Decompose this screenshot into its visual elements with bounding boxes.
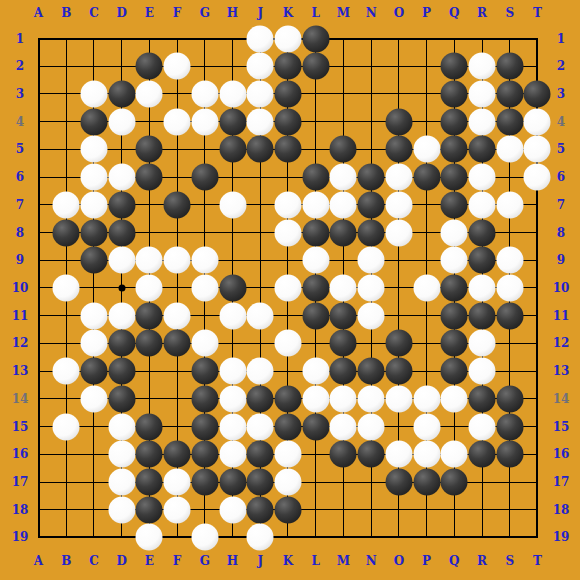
- white-stone[interactable]: [413, 136, 440, 163]
- black-stone[interactable]: [274, 496, 301, 523]
- column-label-bottom: E: [145, 555, 154, 567]
- row-label-left: 11: [12, 310, 29, 322]
- black-stone[interactable]: [496, 302, 523, 329]
- black-stone[interactable]: [80, 358, 107, 385]
- white-stone[interactable]: [274, 274, 301, 301]
- white-stone[interactable]: [330, 191, 357, 218]
- white-stone[interactable]: [441, 385, 468, 412]
- white-stone[interactable]: [469, 191, 496, 218]
- white-stone[interactable]: [247, 524, 274, 551]
- black-stone[interactable]: [441, 330, 468, 357]
- row-label-right: 9: [557, 254, 565, 266]
- white-stone[interactable]: [358, 385, 385, 412]
- white-stone[interactable]: [385, 385, 412, 412]
- black-stone[interactable]: [219, 108, 246, 135]
- row-label-left: 13: [12, 365, 29, 377]
- white-stone[interactable]: [496, 136, 523, 163]
- column-label-top: E: [145, 7, 154, 19]
- white-stone[interactable]: [358, 302, 385, 329]
- white-stone[interactable]: [108, 469, 135, 496]
- black-stone[interactable]: [302, 219, 329, 246]
- column-label-top: A: [34, 7, 43, 19]
- white-stone[interactable]: [330, 164, 357, 191]
- black-stone[interactable]: [136, 469, 163, 496]
- column-label-top: J: [257, 7, 263, 19]
- black-stone[interactable]: [80, 247, 107, 274]
- column-label-bottom: F: [173, 555, 182, 567]
- row-label-left: 14: [12, 393, 29, 405]
- column-label-bottom: K: [283, 555, 293, 567]
- black-stone[interactable]: [108, 219, 135, 246]
- black-stone[interactable]: [496, 385, 523, 412]
- white-stone[interactable]: [80, 330, 107, 357]
- black-stone[interactable]: [164, 330, 191, 357]
- white-stone[interactable]: [302, 247, 329, 274]
- white-stone[interactable]: [413, 274, 440, 301]
- white-stone[interactable]: [164, 469, 191, 496]
- black-stone[interactable]: [469, 219, 496, 246]
- white-stone[interactable]: [385, 441, 412, 468]
- row-label-right: 7: [557, 199, 565, 211]
- black-stone[interactable]: [136, 136, 163, 163]
- white-stone[interactable]: [219, 385, 246, 412]
- black-stone[interactable]: [330, 330, 357, 357]
- row-label-right: 2: [557, 60, 565, 72]
- black-stone[interactable]: [53, 219, 80, 246]
- white-stone[interactable]: [108, 164, 135, 191]
- column-label-bottom: O: [394, 555, 404, 567]
- black-stone[interactable]: [441, 302, 468, 329]
- white-stone[interactable]: [524, 164, 551, 191]
- row-label-right: 18: [553, 504, 570, 516]
- row-label-right: 16: [553, 448, 570, 460]
- row-label-left: 10: [12, 282, 29, 294]
- column-label-bottom: H: [227, 555, 238, 567]
- black-stone[interactable]: [136, 330, 163, 357]
- row-label-left: 5: [16, 143, 24, 155]
- white-stone[interactable]: [247, 413, 274, 440]
- column-label-top: D: [116, 7, 126, 19]
- black-stone[interactable]: [441, 469, 468, 496]
- column-label-bottom: B: [61, 555, 71, 567]
- white-stone[interactable]: [274, 441, 301, 468]
- column-label-bottom: G: [200, 555, 210, 567]
- black-stone[interactable]: [385, 469, 412, 496]
- white-stone[interactable]: [80, 385, 107, 412]
- white-stone[interactable]: [247, 25, 274, 52]
- white-stone[interactable]: [164, 302, 191, 329]
- white-stone[interactable]: [385, 191, 412, 218]
- black-stone[interactable]: [191, 413, 218, 440]
- row-label-left: 2: [16, 60, 24, 72]
- column-label-top: C: [89, 7, 99, 19]
- row-label-left: 16: [12, 448, 29, 460]
- white-stone[interactable]: [469, 53, 496, 80]
- white-stone[interactable]: [108, 441, 135, 468]
- black-stone[interactable]: [136, 164, 163, 191]
- black-stone[interactable]: [496, 80, 523, 107]
- column-label-top: R: [477, 7, 487, 19]
- black-stone[interactable]: [469, 385, 496, 412]
- black-stone[interactable]: [302, 302, 329, 329]
- white-stone[interactable]: [108, 108, 135, 135]
- white-stone[interactable]: [358, 247, 385, 274]
- white-stone[interactable]: [191, 524, 218, 551]
- black-stone[interactable]: [80, 108, 107, 135]
- row-label-right: 13: [553, 365, 570, 377]
- black-stone[interactable]: [274, 413, 301, 440]
- row-label-right: 3: [557, 88, 565, 100]
- white-stone[interactable]: [247, 108, 274, 135]
- white-stone[interactable]: [413, 441, 440, 468]
- column-label-bottom: Q: [449, 555, 459, 567]
- column-label-top: F: [173, 7, 182, 19]
- black-stone[interactable]: [469, 302, 496, 329]
- white-stone[interactable]: [330, 274, 357, 301]
- row-label-right: 12: [553, 337, 570, 349]
- white-stone[interactable]: [136, 247, 163, 274]
- black-stone[interactable]: [164, 441, 191, 468]
- white-stone[interactable]: [385, 219, 412, 246]
- black-stone[interactable]: [358, 358, 385, 385]
- black-stone[interactable]: [413, 164, 440, 191]
- white-stone[interactable]: [274, 469, 301, 496]
- column-label-bottom: C: [89, 555, 99, 567]
- black-stone[interactable]: [274, 136, 301, 163]
- white-stone[interactable]: [136, 524, 163, 551]
- black-stone[interactable]: [136, 496, 163, 523]
- white-stone[interactable]: [247, 358, 274, 385]
- row-label-right: 6: [557, 171, 565, 183]
- black-stone[interactable]: [358, 441, 385, 468]
- row-label-right: 14: [553, 393, 570, 405]
- row-label-right: 10: [553, 282, 570, 294]
- black-stone[interactable]: [469, 441, 496, 468]
- row-label-right: 11: [553, 310, 570, 322]
- white-stone[interactable]: [441, 219, 468, 246]
- column-label-bottom: N: [366, 555, 377, 567]
- column-label-bottom: J: [257, 555, 263, 567]
- star-point: [118, 284, 125, 291]
- white-stone[interactable]: [441, 441, 468, 468]
- white-stone[interactable]: [496, 247, 523, 274]
- row-label-right: 17: [553, 476, 570, 488]
- row-label-right: 15: [553, 421, 570, 433]
- black-stone[interactable]: [496, 413, 523, 440]
- white-stone[interactable]: [164, 53, 191, 80]
- black-stone[interactable]: [385, 358, 412, 385]
- black-stone[interactable]: [524, 80, 551, 107]
- row-label-right: 4: [557, 116, 565, 128]
- white-stone[interactable]: [247, 53, 274, 80]
- black-stone[interactable]: [219, 469, 246, 496]
- black-stone[interactable]: [441, 80, 468, 107]
- white-stone[interactable]: [413, 385, 440, 412]
- white-stone[interactable]: [274, 219, 301, 246]
- row-label-left: 15: [12, 421, 29, 433]
- white-stone[interactable]: [191, 330, 218, 357]
- column-label-top: S: [505, 7, 514, 19]
- black-stone[interactable]: [274, 53, 301, 80]
- column-label-bottom: P: [422, 555, 431, 567]
- black-stone[interactable]: [274, 385, 301, 412]
- row-label-left: 8: [16, 227, 24, 239]
- column-label-top: K: [283, 7, 293, 19]
- black-stone[interactable]: [247, 469, 274, 496]
- grid-line: [38, 536, 539, 538]
- column-label-top: N: [366, 7, 377, 19]
- white-stone[interactable]: [524, 108, 551, 135]
- column-label-top: P: [422, 7, 431, 19]
- white-stone[interactable]: [274, 25, 301, 52]
- white-stone[interactable]: [330, 385, 357, 412]
- black-stone[interactable]: [108, 80, 135, 107]
- white-stone[interactable]: [469, 330, 496, 357]
- white-stone[interactable]: [219, 80, 246, 107]
- black-stone[interactable]: [247, 385, 274, 412]
- row-label-right: 19: [553, 531, 570, 543]
- black-stone[interactable]: [302, 274, 329, 301]
- black-stone[interactable]: [330, 302, 357, 329]
- white-stone[interactable]: [496, 274, 523, 301]
- black-stone[interactable]: [330, 136, 357, 163]
- column-label-top: O: [394, 7, 404, 19]
- white-stone[interactable]: [191, 108, 218, 135]
- row-label-left: 6: [16, 171, 24, 183]
- black-stone[interactable]: [219, 136, 246, 163]
- column-label-top: G: [200, 7, 210, 19]
- column-label-top: H: [227, 7, 238, 19]
- black-stone[interactable]: [191, 358, 218, 385]
- white-stone[interactable]: [358, 413, 385, 440]
- white-stone[interactable]: [219, 191, 246, 218]
- black-stone[interactable]: [496, 441, 523, 468]
- black-stone[interactable]: [302, 25, 329, 52]
- row-label-right: 8: [557, 227, 565, 239]
- black-stone[interactable]: [358, 219, 385, 246]
- white-stone[interactable]: [524, 136, 551, 163]
- black-stone[interactable]: [191, 469, 218, 496]
- black-stone[interactable]: [441, 108, 468, 135]
- black-stone[interactable]: [136, 302, 163, 329]
- black-stone[interactable]: [358, 191, 385, 218]
- black-stone[interactable]: [219, 274, 246, 301]
- black-stone[interactable]: [247, 136, 274, 163]
- white-stone[interactable]: [441, 247, 468, 274]
- white-stone[interactable]: [247, 80, 274, 107]
- row-label-left: 19: [12, 531, 29, 543]
- white-stone[interactable]: [80, 302, 107, 329]
- black-stone[interactable]: [247, 496, 274, 523]
- black-stone[interactable]: [385, 108, 412, 135]
- black-stone[interactable]: [136, 441, 163, 468]
- column-label-bottom: R: [477, 555, 487, 567]
- white-stone[interactable]: [302, 191, 329, 218]
- black-stone[interactable]: [441, 358, 468, 385]
- black-stone[interactable]: [441, 53, 468, 80]
- white-stone[interactable]: [136, 80, 163, 107]
- white-stone[interactable]: [385, 164, 412, 191]
- white-stone[interactable]: [108, 247, 135, 274]
- white-stone[interactable]: [469, 80, 496, 107]
- row-label-left: 3: [16, 88, 24, 100]
- black-stone[interactable]: [80, 219, 107, 246]
- white-stone[interactable]: [80, 80, 107, 107]
- white-stone[interactable]: [53, 358, 80, 385]
- white-stone[interactable]: [80, 191, 107, 218]
- black-stone[interactable]: [358, 164, 385, 191]
- row-label-right: 5: [557, 143, 565, 155]
- column-label-bottom: L: [311, 555, 319, 567]
- go-board: AABBCCDDEEFFGGHHJJKKLLMMNNOOPPQQRRSSTT11…: [0, 0, 580, 580]
- white-stone[interactable]: [469, 413, 496, 440]
- white-stone[interactable]: [219, 413, 246, 440]
- white-stone[interactable]: [191, 274, 218, 301]
- row-label-right: 1: [557, 33, 565, 45]
- row-label-left: 4: [16, 116, 24, 128]
- row-label-left: 18: [12, 504, 29, 516]
- black-stone[interactable]: [385, 136, 412, 163]
- white-stone[interactable]: [219, 441, 246, 468]
- column-label-bottom: D: [116, 555, 126, 567]
- white-stone[interactable]: [164, 108, 191, 135]
- white-stone[interactable]: [53, 274, 80, 301]
- black-stone[interactable]: [441, 191, 468, 218]
- column-label-top: L: [311, 7, 319, 19]
- white-stone[interactable]: [108, 302, 135, 329]
- column-label-bottom: M: [337, 555, 350, 567]
- white-stone[interactable]: [413, 413, 440, 440]
- white-stone[interactable]: [274, 191, 301, 218]
- white-stone[interactable]: [136, 274, 163, 301]
- black-stone[interactable]: [469, 136, 496, 163]
- white-stone[interactable]: [80, 136, 107, 163]
- black-stone[interactable]: [191, 441, 218, 468]
- white-stone[interactable]: [164, 247, 191, 274]
- black-stone[interactable]: [274, 80, 301, 107]
- white-stone[interactable]: [108, 413, 135, 440]
- row-label-left: 9: [16, 254, 24, 266]
- black-stone[interactable]: [247, 441, 274, 468]
- white-stone[interactable]: [108, 496, 135, 523]
- white-stone[interactable]: [274, 330, 301, 357]
- black-stone[interactable]: [191, 164, 218, 191]
- white-stone[interactable]: [330, 413, 357, 440]
- black-stone[interactable]: [413, 469, 440, 496]
- white-stone[interactable]: [469, 108, 496, 135]
- black-stone[interactable]: [441, 164, 468, 191]
- white-stone[interactable]: [302, 358, 329, 385]
- white-stone[interactable]: [247, 302, 274, 329]
- column-label-bottom: S: [505, 555, 514, 567]
- black-stone[interactable]: [496, 53, 523, 80]
- black-stone[interactable]: [136, 53, 163, 80]
- black-stone[interactable]: [274, 108, 301, 135]
- row-label-left: 7: [16, 199, 24, 211]
- white-stone[interactable]: [219, 358, 246, 385]
- white-stone[interactable]: [469, 358, 496, 385]
- black-stone[interactable]: [108, 385, 135, 412]
- white-stone[interactable]: [496, 191, 523, 218]
- column-label-bottom: T: [533, 555, 542, 567]
- black-stone[interactable]: [164, 191, 191, 218]
- black-stone[interactable]: [136, 413, 163, 440]
- column-label-top: T: [533, 7, 542, 19]
- black-stone[interactable]: [441, 136, 468, 163]
- white-stone[interactable]: [53, 413, 80, 440]
- black-stone[interactable]: [302, 164, 329, 191]
- white-stone[interactable]: [80, 164, 107, 191]
- white-stone[interactable]: [219, 496, 246, 523]
- row-label-left: 12: [12, 337, 29, 349]
- white-stone[interactable]: [358, 274, 385, 301]
- black-stone[interactable]: [302, 413, 329, 440]
- black-stone[interactable]: [441, 274, 468, 301]
- white-stone[interactable]: [164, 496, 191, 523]
- white-stone[interactable]: [219, 302, 246, 329]
- black-stone[interactable]: [302, 53, 329, 80]
- black-stone[interactable]: [330, 358, 357, 385]
- black-stone[interactable]: [330, 441, 357, 468]
- column-label-top: Q: [449, 7, 459, 19]
- black-stone[interactable]: [330, 219, 357, 246]
- white-stone[interactable]: [469, 164, 496, 191]
- column-label-top: B: [61, 7, 71, 19]
- white-stone[interactable]: [469, 274, 496, 301]
- white-stone[interactable]: [302, 385, 329, 412]
- row-label-left: 17: [12, 476, 29, 488]
- white-stone[interactable]: [191, 80, 218, 107]
- column-label-bottom: A: [34, 555, 43, 567]
- black-stone[interactable]: [191, 385, 218, 412]
- white-stone[interactable]: [191, 247, 218, 274]
- black-stone[interactable]: [108, 191, 135, 218]
- black-stone[interactable]: [469, 247, 496, 274]
- white-stone[interactable]: [53, 191, 80, 218]
- black-stone[interactable]: [385, 330, 412, 357]
- black-stone[interactable]: [108, 358, 135, 385]
- column-label-top: M: [337, 7, 350, 19]
- row-label-left: 1: [16, 33, 24, 45]
- black-stone[interactable]: [108, 330, 135, 357]
- black-stone[interactable]: [496, 108, 523, 135]
